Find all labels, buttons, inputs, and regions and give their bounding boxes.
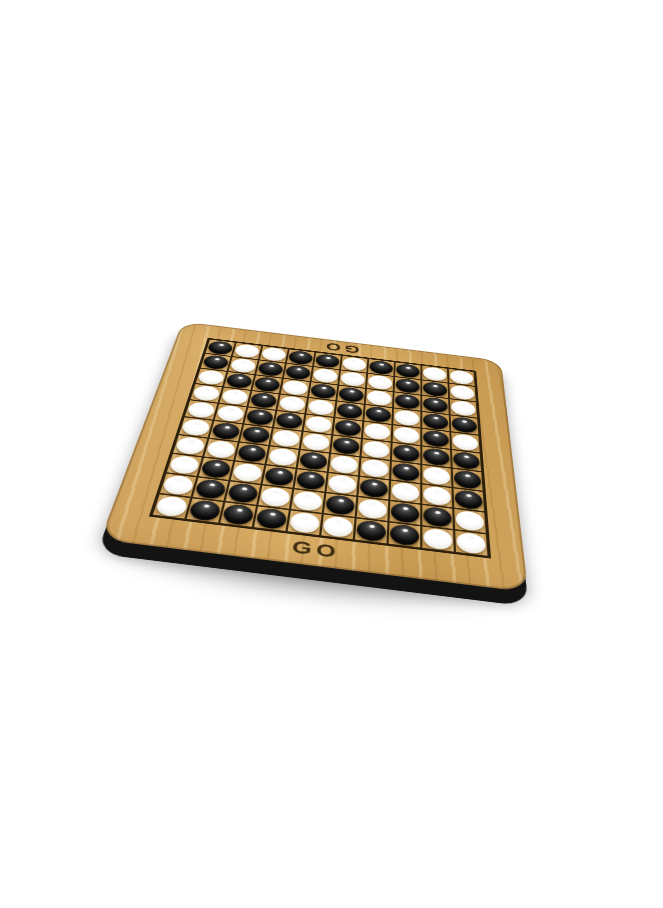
white-stone[interactable]: [168, 455, 201, 475]
black-stone[interactable]: [222, 503, 255, 526]
white-stone[interactable]: [186, 401, 216, 419]
board-cell[interactable]: [421, 526, 455, 553]
white-stone[interactable]: [364, 422, 390, 440]
white-stone[interactable]: [423, 466, 450, 486]
black-stone[interactable]: [356, 519, 386, 542]
white-stone[interactable]: [455, 510, 484, 532]
white-stone[interactable]: [272, 429, 301, 448]
black-stone[interactable]: [423, 447, 449, 466]
white-stone[interactable]: [216, 405, 245, 423]
black-stone[interactable]: [395, 393, 420, 410]
black-stone[interactable]: [454, 470, 482, 490]
black-stone[interactable]: [299, 451, 328, 471]
black-stone[interactable]: [296, 470, 326, 491]
black-stone[interactable]: [225, 373, 253, 389]
black-stone[interactable]: [334, 419, 361, 437]
black-stone[interactable]: [275, 412, 303, 430]
white-stone[interactable]: [197, 369, 225, 385]
black-stone[interactable]: [455, 489, 483, 510]
black-stone[interactable]: [255, 507, 287, 530]
white-stone[interactable]: [330, 455, 358, 475]
black-stone[interactable]: [365, 406, 391, 424]
black-stone[interactable]: [237, 443, 267, 463]
black-stone[interactable]: [423, 506, 451, 528]
white-stone[interactable]: [423, 485, 451, 506]
white-stone[interactable]: [292, 490, 323, 512]
white-stone[interactable]: [423, 527, 452, 550]
white-stone[interactable]: [305, 415, 333, 433]
product-photo: GO GO: [0, 0, 663, 908]
black-stone[interactable]: [423, 430, 449, 448]
white-stone[interactable]: [394, 426, 420, 444]
board-cell[interactable]: [354, 518, 389, 545]
black-stone[interactable]: [336, 402, 362, 419]
black-stone[interactable]: [393, 444, 419, 463]
black-stone[interactable]: [227, 482, 259, 504]
board-cell[interactable]: [253, 506, 290, 532]
white-stone[interactable]: [451, 400, 476, 417]
white-stone[interactable]: [180, 418, 211, 437]
white-stone[interactable]: [206, 440, 237, 460]
white-stone[interactable]: [358, 498, 387, 520]
black-stone[interactable]: [211, 422, 241, 441]
white-stone[interactable]: [302, 433, 330, 452]
white-stone[interactable]: [154, 495, 189, 517]
white-stone[interactable]: [307, 399, 334, 416]
black-stone[interactable]: [360, 478, 388, 499]
white-stone[interactable]: [268, 447, 298, 467]
board-cell[interactable]: [320, 514, 356, 541]
black-stone[interactable]: [241, 425, 271, 444]
board-cell[interactable]: [185, 498, 224, 524]
white-stone[interactable]: [174, 436, 206, 456]
black-stone[interactable]: [264, 466, 295, 487]
white-stone[interactable]: [323, 515, 354, 538]
white-stone[interactable]: [289, 511, 321, 534]
black-stone[interactable]: [250, 392, 278, 409]
white-stone[interactable]: [363, 440, 390, 459]
white-stone[interactable]: [367, 390, 392, 407]
white-stone[interactable]: [192, 385, 221, 402]
white-stone[interactable]: [328, 474, 357, 495]
white-stone[interactable]: [279, 395, 306, 412]
black-stone[interactable]: [188, 499, 222, 522]
black-stone[interactable]: [391, 502, 419, 524]
black-stone[interactable]: [338, 386, 364, 403]
white-stone[interactable]: [282, 379, 309, 396]
black-stone[interactable]: [452, 416, 478, 434]
white-stone[interactable]: [260, 486, 291, 508]
black-stone[interactable]: [194, 478, 227, 500]
black-stone[interactable]: [423, 413, 448, 431]
white-stone[interactable]: [394, 409, 419, 427]
black-stone[interactable]: [245, 408, 274, 426]
board-cell[interactable]: [219, 502, 257, 528]
board-cell[interactable]: [454, 530, 489, 557]
black-stone[interactable]: [390, 523, 419, 546]
white-stone[interactable]: [452, 433, 478, 452]
black-stone[interactable]: [325, 494, 355, 516]
black-stone[interactable]: [310, 383, 336, 400]
board-cell[interactable]: [388, 522, 422, 549]
white-stone[interactable]: [161, 474, 195, 495]
white-stone[interactable]: [391, 482, 419, 503]
black-stone[interactable]: [423, 396, 448, 413]
black-stone[interactable]: [254, 376, 281, 393]
black-stone[interactable]: [392, 462, 419, 482]
black-stone[interactable]: [200, 459, 232, 480]
white-stone[interactable]: [232, 462, 263, 483]
white-stone[interactable]: [361, 458, 389, 478]
black-stone[interactable]: [453, 451, 480, 470]
white-stone[interactable]: [456, 532, 486, 555]
board-cell[interactable]: [286, 510, 322, 536]
black-stone[interactable]: [332, 436, 360, 455]
white-stone[interactable]: [221, 388, 250, 405]
